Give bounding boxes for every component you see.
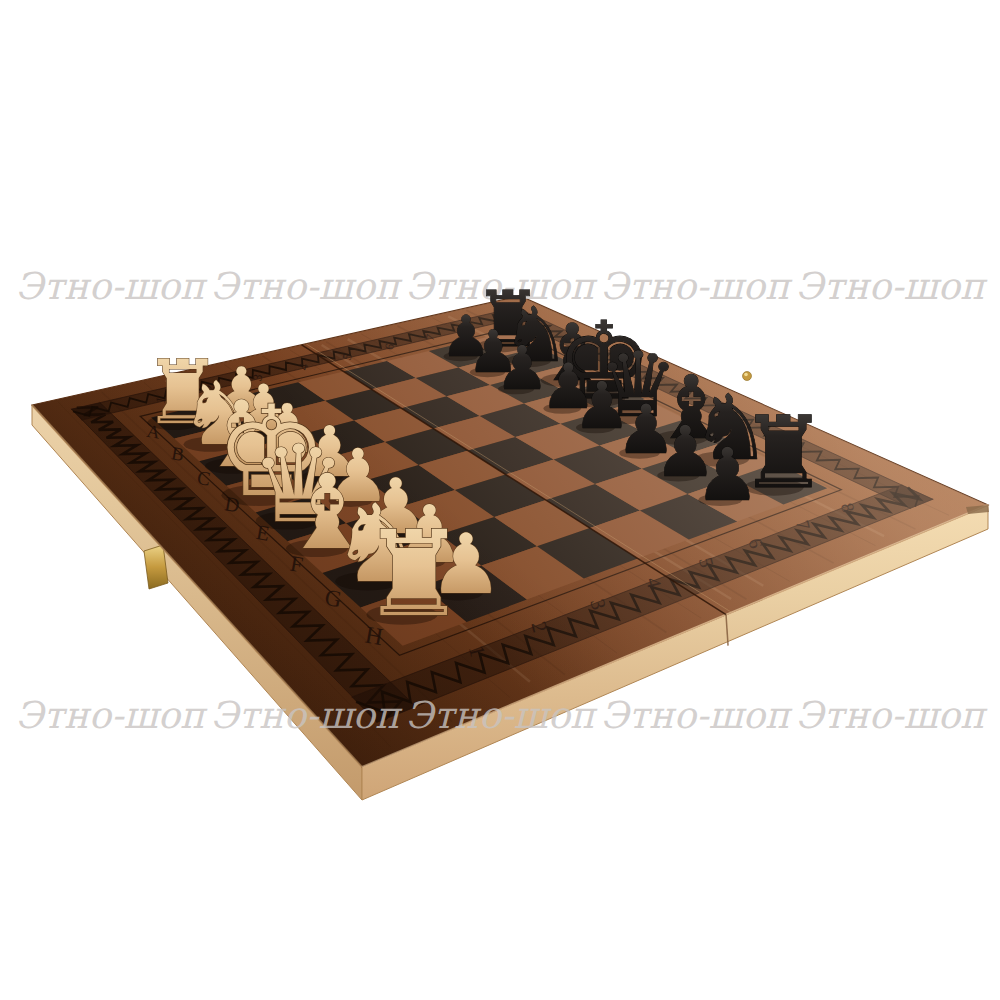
- watermark-text: Этно-шоп: [795, 694, 988, 737]
- watermark-text: Этно-шоп: [210, 694, 403, 737]
- chessboard-photo: ABCDEFGH1234567812345678Этно-шопЭтно-шоп…: [0, 0, 1000, 1000]
- piece-white-r-h1: ♜: [361, 505, 467, 643]
- watermark-text: Этно-шоп: [15, 265, 208, 308]
- watermark-text: Этно-шоп: [210, 265, 403, 308]
- piece-black-p-h7: ♟: [695, 432, 760, 517]
- product-photo: ABCDEFGH1234567812345678Этно-шопЭтно-шоп…: [0, 0, 1000, 1000]
- watermark-text: Этно-шоп: [600, 694, 793, 737]
- watermark-text: Этно-шоп: [405, 694, 598, 737]
- watermark-text: Этно-шоп: [795, 265, 988, 308]
- watermark-text: Этно-шоп: [15, 694, 208, 737]
